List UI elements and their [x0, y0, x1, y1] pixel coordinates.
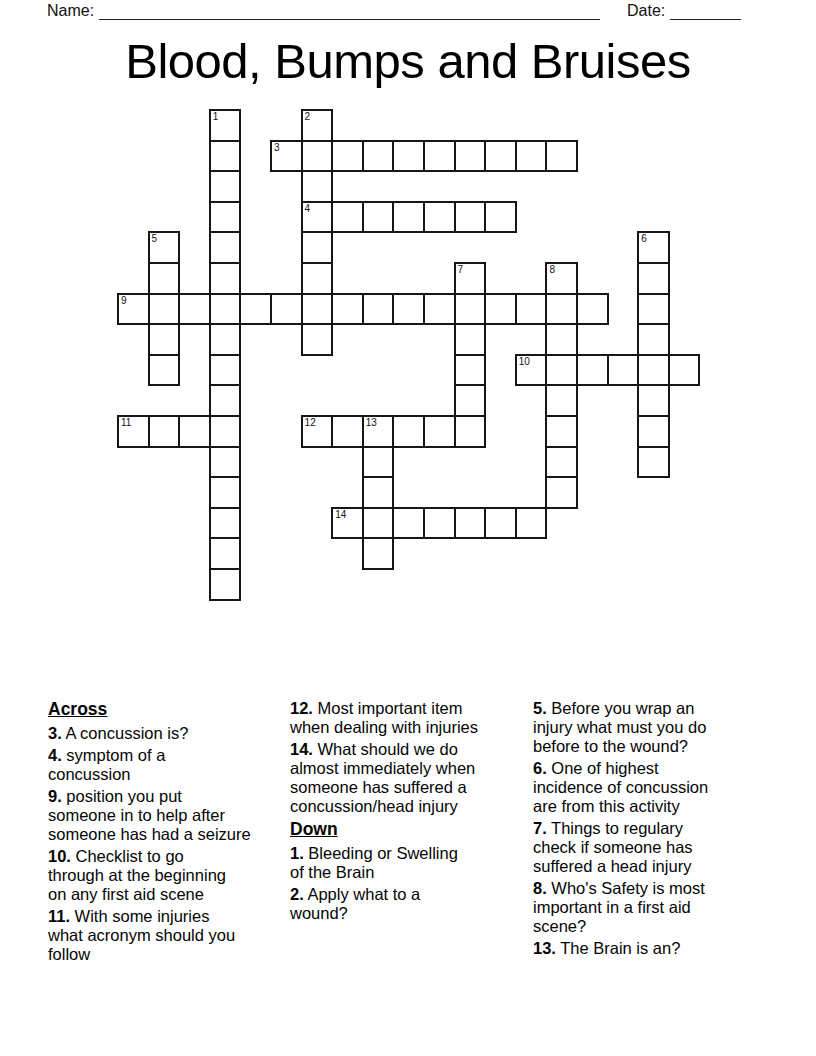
grid-cell-r2c3[interactable]	[209, 170, 242, 203]
grid-cell-r3c9[interactable]	[392, 201, 425, 234]
clues-column-3: 5. Before you wrap an injury what must y…	[533, 699, 777, 961]
clue-6-down: 6. One of highest incidence of concussio…	[533, 759, 777, 816]
clue-5-down: 5. Before you wrap an injury what must y…	[533, 699, 777, 756]
grid-cell-r13c9[interactable]	[392, 507, 425, 540]
grid-cell-r9c17[interactable]	[637, 384, 670, 417]
clue-8-down: 8. Who's Safety is most important in a f…	[533, 879, 777, 936]
grid-cell-r10c6[interactable]: 12	[301, 415, 334, 448]
grid-cell-r13c7[interactable]: 14	[331, 507, 364, 540]
cell-number-14: 14	[335, 509, 346, 520]
grid-cell-r15c3[interactable]	[209, 568, 242, 601]
grid-cell-r4c6[interactable]	[301, 231, 334, 264]
grid-cell-r3c6[interactable]: 4	[301, 201, 334, 234]
grid-cell-r8c16[interactable]	[607, 354, 640, 387]
grid-cell-r8c11[interactable]	[454, 354, 487, 387]
grid-cell-r4c3[interactable]	[209, 231, 242, 264]
grid-cell-r6c7[interactable]	[331, 293, 364, 326]
grid-cell-r11c14[interactable]	[545, 446, 578, 479]
grid-cell-r8c1[interactable]	[148, 354, 181, 387]
grid-cell-r3c3[interactable]	[209, 201, 242, 234]
grid-cell-r6c9[interactable]	[392, 293, 425, 326]
grid-cell-r8c14[interactable]	[545, 354, 578, 387]
grid-cell-r11c17[interactable]	[637, 446, 670, 479]
grid-cell-r4c17[interactable]: 6	[637, 231, 670, 264]
cell-number-7: 7	[458, 264, 464, 275]
clue-2-down: 2. Apply what to a wound?	[290, 885, 528, 923]
grid-cell-r6c0[interactable]: 9	[117, 293, 150, 326]
grid-cell-r9c11[interactable]	[454, 384, 487, 417]
grid-cell-r1c7[interactable]	[331, 140, 364, 173]
cell-number-2: 2	[305, 111, 311, 122]
name-label: Name:	[47, 2, 94, 20]
name-blank-line[interactable]	[99, 3, 600, 20]
cell-number-13: 13	[366, 417, 377, 428]
grid-cell-r5c1[interactable]	[148, 262, 181, 295]
grid-cell-r7c6[interactable]	[301, 323, 334, 356]
grid-cell-r0c3[interactable]: 1	[209, 109, 242, 142]
grid-cell-r13c3[interactable]	[209, 507, 242, 540]
grid-cell-r8c18[interactable]	[668, 354, 701, 387]
grid-cell-r10c14[interactable]	[545, 415, 578, 448]
clue-number: 11.	[48, 907, 70, 925]
grid-cell-r10c17[interactable]	[637, 415, 670, 448]
grid-cell-r9c14[interactable]	[545, 384, 578, 417]
grid-cell-r5c14[interactable]: 8	[545, 262, 578, 295]
grid-cell-r2c6[interactable]	[301, 170, 334, 203]
grid-cell-r8c13[interactable]: 10	[515, 354, 548, 387]
grid-cell-r12c3[interactable]	[209, 476, 242, 509]
grid-cell-r6c2[interactable]	[178, 293, 211, 326]
cell-number-5: 5	[152, 233, 158, 244]
grid-cell-r1c14[interactable]	[545, 140, 578, 173]
clue-13-down: 13. The Brain is an?	[533, 939, 777, 958]
clue-4-across: 4. symptom of a concussion	[48, 746, 284, 784]
grid-cell-r1c3[interactable]	[209, 140, 242, 173]
down-heading: Down	[290, 819, 528, 839]
grid-cell-r1c6[interactable]	[301, 140, 334, 173]
grid-cell-r12c14[interactable]	[545, 476, 578, 509]
grid-cell-r11c3[interactable]	[209, 446, 242, 479]
grid-cell-r5c6[interactable]	[301, 262, 334, 295]
clue-number: 10.	[48, 847, 71, 865]
grid-cell-r10c0[interactable]: 11	[117, 415, 150, 448]
grid-cell-r3c12[interactable]	[484, 201, 517, 234]
clue-14-across: 14. What should we do almost immediately…	[290, 740, 528, 816]
cell-number-9: 9	[121, 295, 127, 306]
grid-cell-r0c6[interactable]: 2	[301, 109, 334, 142]
grid-cell-r3c10[interactable]	[423, 201, 456, 234]
grid-cell-r7c3[interactable]	[209, 323, 242, 356]
grid-cell-r6c5[interactable]	[270, 293, 303, 326]
grid-cell-r14c8[interactable]	[362, 537, 395, 570]
grid-cell-r4c1[interactable]: 5	[148, 231, 181, 264]
grid-cell-r1c10[interactable]	[423, 140, 456, 173]
grid-cell-r13c12[interactable]	[484, 507, 517, 540]
grid-cell-r1c13[interactable]	[515, 140, 548, 173]
grid-cell-r6c1[interactable]	[148, 293, 181, 326]
grid-cell-r5c17[interactable]	[637, 262, 670, 295]
clue-number: 9.	[48, 787, 62, 805]
grid-cell-r10c1[interactable]	[148, 415, 181, 448]
across-heading: Across	[48, 699, 284, 719]
grid-cell-r14c3[interactable]	[209, 537, 242, 570]
clue-number: 12.	[290, 699, 313, 717]
clue-12-across: 12. Most important item when dealing wit…	[290, 699, 528, 737]
grid-cell-r10c10[interactable]	[423, 415, 456, 448]
grid-cell-r7c11[interactable]	[454, 323, 487, 356]
grid-cell-r1c9[interactable]	[392, 140, 425, 173]
grid-cell-r13c13[interactable]	[515, 507, 548, 540]
clue-11-across: 11. With some injuries what acronym shou…	[48, 907, 284, 964]
grid-cell-r7c17[interactable]	[637, 323, 670, 356]
clue-10-across: 10. Checklist to go through at the begin…	[48, 847, 284, 904]
grid-cell-r13c8[interactable]	[362, 507, 395, 540]
grid-cell-r10c9[interactable]	[392, 415, 425, 448]
cell-number-3: 3	[274, 142, 280, 153]
clue-number: 8.	[533, 879, 547, 897]
grid-cell-r12c8[interactable]	[362, 476, 395, 509]
cell-number-1: 1	[213, 111, 219, 122]
grid-cell-r6c4[interactable]	[239, 293, 272, 326]
clue-number: 4.	[48, 746, 62, 764]
clue-number: 7.	[533, 819, 547, 837]
grid-cell-r13c11[interactable]	[454, 507, 487, 540]
grid-cell-r7c14[interactable]	[545, 323, 578, 356]
grid-cell-r8c17[interactable]	[637, 354, 670, 387]
clue-number: 5.	[533, 699, 547, 717]
cell-number-12: 12	[305, 417, 316, 428]
grid-cell-r8c3[interactable]	[209, 354, 242, 387]
grid-cell-r13c10[interactable]	[423, 507, 456, 540]
grid-cell-r6c12[interactable]	[484, 293, 517, 326]
clue-1-down: 1. Bleeding or Swelling of the Brain	[290, 844, 528, 882]
grid-cell-r6c8[interactable]	[362, 293, 395, 326]
grid-cell-r6c17[interactable]	[637, 293, 670, 326]
clue-number: 6.	[533, 759, 547, 777]
grid-cell-r1c12[interactable]	[484, 140, 517, 173]
grid-cell-r6c3[interactable]	[209, 293, 242, 326]
clues-column-1: Across3. A concussion is?4. symptom of a…	[48, 699, 284, 967]
clue-3-across: 3. A concussion is?	[48, 724, 284, 743]
clue-number: 1.	[290, 844, 304, 862]
grid-cell-r8c15[interactable]	[576, 354, 609, 387]
grid-cell-r1c11[interactable]	[454, 140, 487, 173]
grid-cell-r1c5[interactable]: 3	[270, 140, 303, 173]
grid-cell-r10c2[interactable]	[178, 415, 211, 448]
grid-cell-r6c13[interactable]	[515, 293, 548, 326]
page-title: Blood, Bumps and Bruises	[0, 33, 816, 89]
date-blank-line[interactable]	[670, 3, 741, 20]
clues-column-2: 12. Most important item when dealing wit…	[290, 699, 528, 926]
cell-number-4: 4	[305, 203, 311, 214]
clue-number: 2.	[290, 885, 304, 903]
grid-cell-r6c15[interactable]	[576, 293, 609, 326]
grid-cell-r10c11[interactable]	[454, 415, 487, 448]
cell-number-11: 11	[121, 417, 131, 428]
date-label: Date:	[627, 2, 665, 20]
grid-cell-r10c8[interactable]: 13	[362, 415, 395, 448]
grid-cell-r3c8[interactable]	[362, 201, 395, 234]
grid-cell-r6c10[interactable]	[423, 293, 456, 326]
grid-cell-r1c8[interactable]	[362, 140, 395, 173]
cell-number-6: 6	[641, 233, 647, 244]
grid-cell-r9c3[interactable]	[209, 384, 242, 417]
grid-cell-r6c6[interactable]	[301, 293, 334, 326]
crossword-grid: 1234567891011121314	[117, 109, 701, 601]
grid-cell-r5c3[interactable]	[209, 262, 242, 295]
clue-number: 14.	[290, 740, 313, 758]
grid-cell-r6c11[interactable]	[454, 293, 487, 326]
grid-cell-r10c7[interactable]	[331, 415, 364, 448]
cell-number-10: 10	[519, 356, 530, 367]
grid-cell-r3c7[interactable]	[331, 201, 364, 234]
clue-number: 13.	[533, 939, 556, 957]
grid-cell-r11c8[interactable]	[362, 446, 395, 479]
clue-7-down: 7. Things to regulary check if someone h…	[533, 819, 777, 876]
grid-cell-r10c3[interactable]	[209, 415, 242, 448]
clue-9-across: 9. position you put someone in to help a…	[48, 787, 284, 844]
cell-number-8: 8	[549, 264, 555, 275]
grid-cell-r7c1[interactable]	[148, 323, 181, 356]
grid-cell-r5c11[interactable]: 7	[454, 262, 487, 295]
grid-cell-r3c11[interactable]	[454, 201, 487, 234]
clue-number: 3.	[48, 724, 62, 742]
grid-cell-r6c14[interactable]	[545, 293, 578, 326]
